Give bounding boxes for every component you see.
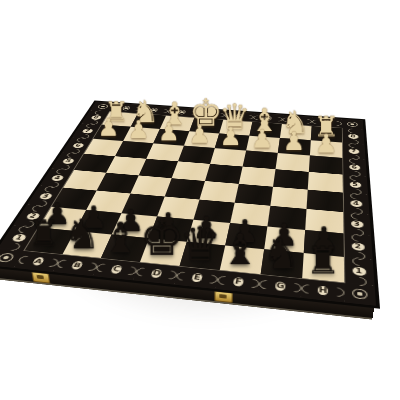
- rank-label-1-right: 1: [344, 257, 375, 286]
- scroll-ornament-icon: [134, 266, 152, 278]
- rank-label-5-right: 5: [343, 175, 368, 195]
- square-g3: [267, 206, 306, 230]
- scroll-ornament-icon: [174, 270, 193, 282]
- square-f1: ♝: [220, 245, 264, 274]
- square-c3: [121, 194, 164, 217]
- scroll-ornament-icon: [346, 128, 360, 134]
- square-g1: ♞: [261, 249, 304, 278]
- scroll-ornament-icon: [215, 274, 234, 286]
- chess-set-product-photo: 8♜♞♝♚♛♝♞♜87♟♟♟♟♟♟♟♟7665544332♟♟♟♟♟♟♟♟21♜…: [0, 0, 400, 400]
- rank-label: 1: [352, 266, 366, 276]
- file-label-c: C: [93, 258, 140, 280]
- scroll-ornament-icon: [43, 185, 58, 193]
- square-g2: ♟: [264, 227, 305, 254]
- file-label: G: [275, 281, 286, 291]
- file-label: H: [318, 285, 328, 295]
- file-label-d: D: [133, 262, 180, 285]
- ornament-ring-icon: [352, 288, 368, 300]
- scroll-ornament-icon: [349, 256, 368, 267]
- scroll-ornament-icon: [299, 282, 319, 295]
- rank-label: 2: [351, 242, 364, 251]
- rank-label: 5: [61, 158, 74, 164]
- scroll-ornament-icon: [161, 269, 180, 281]
- rank-label-4-left: 4: [40, 168, 74, 187]
- ornament-ring-icon: [323, 120, 330, 125]
- chess-board: 8♜♞♝♚♛♝♞♜87♟♟♟♟♟♟♟♟7665544332♟♟♟♟♟♟♟♟21♜…: [0, 102, 376, 306]
- chess-board-frame: 8♜♞♝♚♛♝♞♜87♟♟♟♟♟♟♟♟7665544332♟♟♟♟♟♟♟♟21♜…: [0, 100, 380, 308]
- ornament-ring-icon: [347, 122, 358, 128]
- rank-label: 2: [25, 212, 41, 220]
- piece-black-knight: ♞: [261, 233, 302, 276]
- file-label: B: [71, 260, 84, 269]
- square-f5: [239, 167, 276, 187]
- brass-hinge-right: [214, 291, 233, 303]
- scroll-ornament-icon: [252, 115, 265, 121]
- rank-label-5-left: 5: [52, 152, 84, 170]
- rank-label-3-right: 3: [343, 212, 371, 236]
- piece-black-bishop: ♝: [101, 218, 141, 259]
- square-a3: [52, 188, 97, 210]
- file-label: C: [110, 264, 123, 273]
- scroll-ornament-icon: [223, 113, 236, 119]
- scroll-ornament-icon: [347, 192, 363, 201]
- rank-label-4-right: 4: [343, 193, 370, 215]
- rank-label: 5: [349, 181, 361, 188]
- rank-label: 8: [90, 115, 102, 120]
- square-d5: [172, 161, 210, 181]
- ornament-ring-icon: [97, 104, 109, 109]
- file-label-h: H: [301, 278, 345, 302]
- file-label-a: A: [14, 250, 63, 272]
- ornament-ring-icon: [0, 253, 15, 263]
- square-d6: [178, 146, 215, 164]
- rank-label: 8: [348, 133, 358, 138]
- piece-black-knight: ♞: [62, 214, 102, 255]
- rank-label: 7: [81, 128, 93, 133]
- square-d1: ♚: [140, 238, 187, 266]
- scroll-ornament-icon: [194, 111, 207, 117]
- file-label: F: [233, 277, 244, 287]
- rank-label: 4: [350, 200, 362, 207]
- square-f2: ♟: [225, 223, 267, 249]
- square-e5: [205, 164, 243, 184]
- file-label-f: F: [216, 270, 261, 293]
- ornament-ring-icon: [294, 118, 301, 123]
- file-label: A: [32, 257, 46, 266]
- square-e3: [193, 200, 234, 224]
- rank-label-6-right: 6: [342, 158, 366, 177]
- scroll-ornament-icon: [257, 278, 276, 290]
- rank-label: 3: [350, 220, 363, 228]
- rank-label: 3: [38, 192, 53, 199]
- scroll-ornament-icon: [138, 107, 151, 113]
- scroll-ornament-icon: [111, 105, 124, 111]
- square-h6: [309, 155, 343, 174]
- rank-label: 4: [50, 174, 64, 181]
- ornament-ring-icon: [206, 112, 214, 117]
- ornament-ring-icon: [264, 116, 272, 121]
- brass-hinge-left: [32, 272, 51, 284]
- square-d4: [165, 178, 205, 199]
- square-g5: [273, 169, 309, 189]
- square-e4: [199, 181, 238, 203]
- square-d7: ♟: [184, 131, 219, 148]
- rank-label: 6: [349, 164, 360, 170]
- scroll-ornament-icon: [166, 109, 179, 115]
- scroll-ornament-icon: [310, 119, 324, 125]
- square-h7: ♟: [310, 140, 342, 158]
- rank-label: 1: [11, 233, 28, 242]
- square-a6: [84, 139, 123, 157]
- square-d2: ♟: [149, 216, 193, 241]
- square-h8: ♜: [311, 126, 342, 142]
- square-b5: [106, 156, 146, 175]
- square-g4: [270, 187, 307, 209]
- scroll-ornament-icon: [281, 117, 294, 123]
- file-label-b: B: [53, 254, 101, 276]
- rank-label-2-right: 2: [344, 233, 373, 259]
- ornament-ring-icon: [235, 114, 243, 119]
- file-label: E: [191, 272, 203, 282]
- rank-label: 7: [348, 148, 359, 154]
- board-3d-wrapper: 8♜♞♝♚♛♝♞♜87♟♟♟♟♟♟♟♟7665544332♟♟♟♟♟♟♟♟21♜…: [2, 109, 400, 289]
- rank-label: 6: [72, 142, 85, 148]
- scroll-ornament-icon: [93, 110, 106, 116]
- square-b1: ♞: [63, 231, 112, 258]
- file-label-g: G: [258, 274, 302, 298]
- file-label: D: [150, 268, 162, 277]
- square-f6: [243, 151, 278, 170]
- scroll-ornament-icon: [348, 211, 365, 220]
- square-c4: [130, 175, 171, 196]
